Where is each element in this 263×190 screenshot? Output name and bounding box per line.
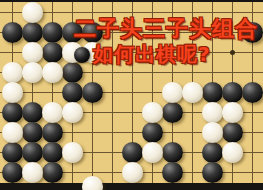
go-stone-white[interactable] [42, 102, 63, 123]
go-stone-black[interactable] [22, 102, 43, 123]
go-stone-black[interactable] [202, 142, 223, 163]
go-stone-black[interactable] [2, 142, 23, 163]
caption-line1: 二子头三子头组合 [74, 16, 258, 41]
go-stone-white[interactable] [2, 82, 23, 103]
go-stone-black[interactable] [82, 82, 103, 103]
go-stone-white[interactable] [62, 102, 83, 123]
go-stone-white[interactable] [182, 82, 203, 103]
go-stone-black[interactable] [62, 82, 83, 103]
go-stone-black[interactable] [142, 122, 163, 143]
go-stone-black[interactable] [42, 22, 63, 43]
go-stone-black[interactable] [42, 142, 63, 163]
go-stone-white[interactable] [42, 62, 63, 83]
go-stone-white[interactable] [2, 122, 23, 143]
go-stone-white[interactable] [62, 142, 83, 163]
go-stone-white[interactable] [222, 102, 243, 123]
caption-line2: 如何出棋呢? [93, 43, 211, 66]
go-stone-black[interactable] [162, 142, 183, 163]
go-stone-white[interactable] [122, 162, 143, 183]
go-stone-black[interactable] [222, 122, 243, 143]
go-stone-black[interactable] [22, 142, 43, 163]
go-stone-black[interactable] [42, 122, 63, 143]
go-stone-black[interactable] [2, 102, 23, 123]
go-stone-black[interactable] [162, 162, 183, 183]
caption-overlay: 二子头三子头组合 如何出棋呢? [74, 16, 258, 66]
go-stone-white[interactable] [22, 2, 43, 23]
go-stone-white[interactable] [142, 142, 163, 163]
go-stone-black[interactable] [2, 22, 23, 43]
go-stone-white-partial[interactable] [82, 176, 103, 190]
go-stone-white[interactable] [142, 102, 163, 123]
go-stone-white[interactable] [22, 42, 43, 63]
go-stone-white[interactable] [202, 122, 223, 143]
go-stone-white[interactable] [22, 162, 43, 183]
go-stone-white[interactable] [202, 102, 223, 123]
go-stone-black[interactable] [162, 102, 183, 123]
go-stone-white[interactable] [222, 142, 243, 163]
go-stone-black[interactable] [42, 162, 63, 183]
bottom-border-band [0, 183, 263, 190]
go-stone-black[interactable] [42, 42, 63, 63]
go-stone-black[interactable] [2, 162, 23, 183]
go-stone-white[interactable] [162, 82, 183, 103]
go-stone-black[interactable] [122, 142, 143, 163]
top-border-band [0, 0, 263, 2]
black-stone-bullet-icon [74, 47, 90, 63]
go-stone-black[interactable] [22, 22, 43, 43]
go-stone-black[interactable] [242, 82, 263, 103]
go-stone-black[interactable] [202, 162, 223, 183]
go-stone-black[interactable] [202, 82, 223, 103]
go-stone-white[interactable] [2, 62, 23, 83]
go-stone-black[interactable] [222, 82, 243, 103]
go-stone-white[interactable] [22, 62, 43, 83]
go-stone-black[interactable] [22, 122, 43, 143]
go-board: 二子头三子头组合 如何出棋呢? [0, 0, 263, 190]
caption-line2-wrap: 如何出棋呢? [74, 43, 258, 66]
